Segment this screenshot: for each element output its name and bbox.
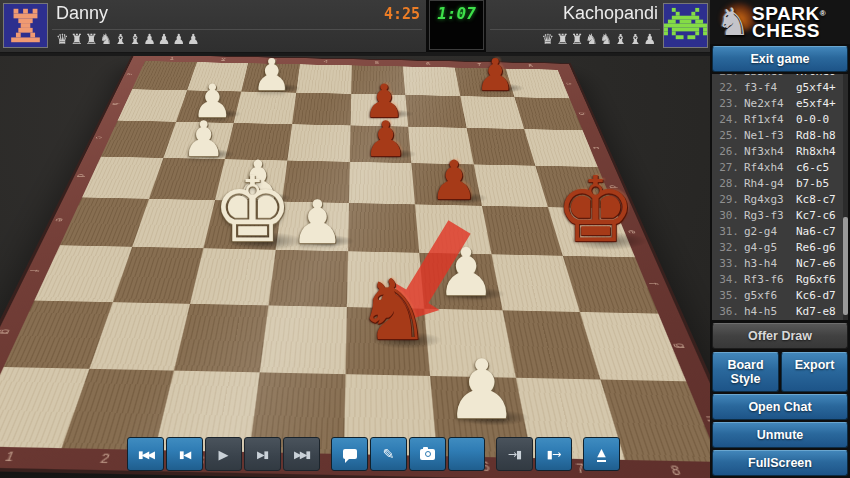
piece-white-king-e3[interactable]: ♚ — [212, 165, 293, 255]
move-row-32: 32.g4-g5Re6-g6 — [712, 240, 848, 256]
move-number: 29. — [716, 192, 744, 208]
black-move: 0-0-0 — [796, 112, 848, 128]
move-number: 26. — [716, 144, 744, 160]
coord-label-g: g — [0, 329, 14, 334]
skip-start-icon — [138, 449, 153, 460]
skip-start-button[interactable] — [127, 437, 164, 471]
piece-white-pawn-h6[interactable]: ♟ — [445, 349, 519, 431]
coord-label-4: 4 — [323, 60, 328, 64]
move-row-23: 23.Ne2xf4e5xf4+ — [712, 96, 848, 112]
piece-black-pawn-d6[interactable]: ♟ — [430, 154, 478, 208]
chat-button[interactable] — [331, 437, 368, 471]
white-move: h3-h4 — [744, 256, 796, 272]
white-move: h4-h5 — [744, 304, 796, 320]
move-number: 30. — [716, 208, 744, 224]
white-move: Rh4-g4 — [744, 176, 796, 192]
coord-label-2: 2 — [99, 452, 111, 465]
skip-end-button[interactable] — [283, 437, 320, 471]
white-move: g4-g5 — [744, 240, 796, 256]
brand-bottom: CHESS — [752, 22, 826, 39]
black-move: Kc8-c7 — [796, 192, 848, 208]
piece-white-pawn-f6[interactable]: ♟ — [437, 240, 496, 306]
black-move: Rg6xf6 — [796, 272, 848, 288]
panel-divider — [52, 29, 422, 30]
move-number: 32. — [716, 240, 744, 256]
camera-icon — [420, 449, 435, 460]
toolbar-group — [127, 437, 322, 471]
coord-label-8: 8 — [669, 464, 682, 477]
open-chat-button[interactable]: Open Chat — [712, 394, 848, 420]
step-forward-icon — [257, 449, 268, 460]
black-move: Kd7-e8 — [796, 304, 848, 320]
white-player-clock: 4:25 — [384, 5, 420, 23]
eject-button[interactable] — [583, 437, 620, 471]
black-move: Kc6-d7 — [796, 288, 848, 304]
chat-icon — [343, 449, 357, 459]
move-list[interactable]: 21.Bb3xe6Rf6xe622.f3-f4g5xf4+23.Ne2xf4e5… — [712, 74, 848, 320]
white-move: f3-f4 — [744, 80, 796, 96]
square-a8[interactable] — [506, 69, 569, 99]
move-list-scrollbar[interactable] — [843, 74, 848, 320]
piece-black-pawn-a7[interactable]: ♟ — [476, 56, 515, 97]
square-g4[interactable] — [260, 305, 347, 373]
white-player-name: Danny — [56, 3, 108, 24]
coord-label-a: a — [125, 73, 135, 75]
white-move: Ne1-f3 — [744, 128, 796, 144]
square-a1[interactable] — [132, 61, 196, 90]
play-button[interactable] — [205, 437, 242, 471]
piece-white-pawn-e4[interactable]: ♟ — [291, 192, 345, 252]
move-number: 35. — [716, 288, 744, 304]
square-b4[interactable] — [292, 92, 351, 125]
black-player-name: Kachopandi — [563, 3, 658, 24]
square-a6[interactable] — [403, 66, 460, 95]
move-clock: 1:07 — [437, 4, 476, 23]
board-3d-wrap: 1122334455667788aabbccddeeffgghh — [0, 56, 710, 478]
leave-button[interactable] — [535, 437, 572, 471]
move-number: 22. — [716, 80, 744, 96]
white-move: Nf3xh4 — [744, 144, 796, 160]
coord-label-1: 1 — [169, 57, 175, 61]
piece-white-pawn-a3[interactable]: ♟ — [252, 56, 291, 97]
coord-label-g: g — [673, 343, 688, 348]
step-back-button[interactable] — [166, 437, 203, 471]
black-captured-tray: ♛♜♜♞♞♝♝♟ — [542, 31, 658, 47]
coord-label-c: c — [591, 147, 602, 150]
step-back-icon — [179, 449, 190, 460]
coord-label-2: 2 — [221, 58, 226, 62]
piece-black-pawn-c5[interactable]: ♟ — [364, 115, 408, 164]
move-number: 33. — [716, 256, 744, 272]
black-move: Rd8-h8 — [796, 128, 848, 144]
board-area: 1122334455667788aabbccddeeffgghh ♟♟♟♟♟♟♟… — [0, 56, 710, 478]
black-move: Na6-c7 — [796, 224, 848, 240]
square-g3[interactable] — [174, 304, 268, 372]
sparkchess-app: Danny 4:25 ♛♜♜♞♝♝♟♟♟♟ 1:07 Kachopandi — [0, 0, 850, 478]
square-c4[interactable] — [287, 124, 350, 161]
move-number: 28. — [716, 176, 744, 192]
black-player-avatar[interactable] — [663, 3, 708, 48]
piece-black-knight-g5[interactable]: ♞ — [356, 269, 431, 353]
white-move: Rg4xg3 — [744, 192, 796, 208]
coord-label-1: 1 — [3, 450, 16, 463]
square-f8[interactable] — [563, 255, 658, 313]
flip-board-button[interactable] — [448, 437, 485, 471]
board-frame: 1122334455667788aabbccddeeffgghh — [0, 56, 710, 478]
toolbar-group — [331, 437, 487, 471]
move-number: 25. — [716, 128, 744, 144]
move-row-24: 24.Rf1xf40-0-0 — [712, 112, 848, 128]
square-a4[interactable] — [296, 64, 351, 93]
join-button[interactable] — [496, 437, 533, 471]
play-icon — [219, 447, 229, 462]
square-d5[interactable] — [349, 162, 416, 205]
camera-button[interactable] — [409, 437, 446, 471]
coord-label-b: b — [111, 103, 121, 105]
coord-label-f: f — [27, 270, 40, 272]
move-row-22: 22.f3-f4g5xf4+ — [712, 80, 848, 96]
unmute-button[interactable]: Unmute — [712, 422, 848, 448]
move-row-35: 35.g5xf6Kc6-d7 — [712, 288, 848, 304]
white-move: g2-g4 — [744, 224, 796, 240]
white-move: Ne2xf4 — [744, 96, 796, 112]
brand-registered-mark: ® — [820, 9, 826, 18]
toolbar-group — [583, 437, 622, 471]
move-clock-panel: 1:07 — [429, 0, 484, 50]
black-move: g5xf4+ — [796, 80, 848, 96]
move-row-25: 25.Ne1-f3Rd8-h8 — [712, 128, 848, 144]
coord-label-6: 6 — [426, 62, 431, 66]
move-row-28: 28.Rh4-g4b7-b5 — [712, 176, 848, 192]
join-icon — [508, 448, 521, 461]
white-move: Rf1xf4 — [744, 112, 796, 128]
square-e5[interactable] — [347, 203, 419, 252]
pencil-icon — [383, 446, 395, 462]
black-move: Re6-g6 — [796, 240, 848, 256]
move-row-30: 30.Rg3-f3Kc7-c6 — [712, 208, 848, 224]
move-number: 34. — [716, 272, 744, 288]
brand-text: SPARK® CHESS — [752, 5, 826, 39]
sparkchess-logo: ♞ SPARK® CHESS — [710, 0, 850, 44]
square-b8[interactable] — [515, 97, 583, 130]
square-b6[interactable] — [405, 95, 466, 128]
sidebar: ♞ SPARK® CHESS Exit game 21.Bb3xe6Rf6xe6… — [710, 0, 850, 478]
coord-label-e: e — [53, 218, 66, 222]
export-button[interactable]: Export — [781, 352, 848, 392]
move-row-36: 36.h4-h5Kd7-e8 — [712, 304, 848, 320]
step-forward-button[interactable] — [244, 437, 281, 471]
eject-icon — [597, 446, 605, 462]
white-move: Rf3-f6 — [744, 272, 796, 288]
white-captured-tray: ♛♜♜♞♝♝♟♟♟♟ — [56, 31, 202, 47]
white-move: g5xf6 — [744, 288, 796, 304]
pixel-rook-avatar-icon — [4, 4, 47, 47]
move-row-34: 34.Rf3-f6Rg6xf6 — [712, 272, 848, 288]
move-number: 27. — [716, 160, 744, 176]
pencil-button[interactable] — [370, 437, 407, 471]
move-row-33: 33.h3-h4Nc7-e6 — [712, 256, 848, 272]
coord-label-8: 8 — [528, 64, 534, 68]
coord-label-a: a — [565, 82, 575, 84]
move-number: 31. — [716, 224, 744, 240]
player-bar: Danny 4:25 ♛♜♜♞♝♝♟♟♟♟ 1:07 Kachopandi — [0, 0, 710, 52]
coord-label-5: 5 — [375, 61, 379, 65]
coord-label-d: d — [75, 174, 87, 177]
black-move: Kc7-c6 — [796, 208, 848, 224]
black-move: c6-c5 — [796, 160, 848, 176]
offer-draw-button[interactable]: Offer Draw — [712, 323, 848, 349]
coord-label-c: c — [94, 136, 105, 139]
move-number: 23. — [716, 96, 744, 112]
knight-logo-icon: ♞ — [716, 2, 750, 42]
exit-game-button[interactable]: Exit game — [712, 46, 848, 72]
toolbar-group — [496, 437, 574, 471]
board-style-button[interactable]: Board Style — [712, 352, 779, 392]
pixel-invader-avatar-icon — [664, 4, 707, 47]
skip-end-icon — [294, 449, 309, 460]
white-move: Rg3-f3 — [744, 208, 796, 224]
leave-icon — [547, 448, 560, 461]
move-number: 36. — [716, 304, 744, 320]
move-row-31: 31.g2-g4Na6-c7 — [712, 224, 848, 240]
coord-label-f: f — [647, 283, 660, 285]
square-b7[interactable] — [460, 96, 524, 129]
player-panel-black: Kachopandi ♛♜♜♞♞♝♝♟ — [486, 0, 710, 53]
piece-black-king-e8[interactable]: ♚ — [555, 165, 636, 255]
black-move: Nc7-e6 — [796, 256, 848, 272]
fullscreen-button[interactable]: FullScreen — [712, 450, 848, 476]
move-row-29: 29.Rg4xg3Kc8-c7 — [712, 192, 848, 208]
move-rows: 21.Bb3xe6Rf6xe622.f3-f4g5xf4+23.Ne2xf4e5… — [712, 74, 848, 320]
panel-divider — [490, 29, 660, 30]
coord-label-b: b — [577, 112, 587, 114]
player-panel-white: Danny 4:25 ♛♜♜♞♝♝♟♟♟♟ — [0, 0, 426, 53]
move-row-26: 26.Nf3xh4Rh8xh4 — [712, 144, 848, 160]
move-number: 24. — [716, 112, 744, 128]
game-toolbar — [127, 437, 622, 471]
black-move: e5xf4+ — [796, 96, 848, 112]
black-move: Rh8xh4 — [796, 144, 848, 160]
black-move: b7-b5 — [796, 176, 848, 192]
white-move: Rf4xh4 — [744, 160, 796, 176]
scrollbar-thumb[interactable] — [843, 217, 848, 315]
move-row-27: 27.Rf4xh4c6-c5 — [712, 160, 848, 176]
white-player-avatar[interactable] — [3, 3, 48, 48]
